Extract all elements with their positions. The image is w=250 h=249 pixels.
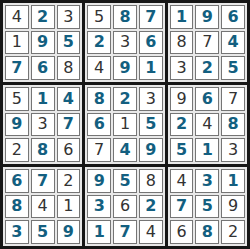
cell-r8c8[interactable]: 5 — [195, 195, 219, 219]
cell-r8c7[interactable]: 7 — [170, 195, 194, 219]
box-1: 4 2 3 1 9 5 7 6 8 — [3, 3, 82, 82]
cell-r5c7[interactable]: 2 — [170, 113, 194, 137]
cell-r2c6[interactable]: 6 — [139, 31, 163, 55]
cell-r8c9[interactable]: 9 — [221, 195, 245, 219]
cell-r3c3[interactable]: 8 — [57, 56, 81, 80]
cell-r2c5[interactable]: 3 — [113, 31, 137, 55]
cell-r5c1[interactable]: 9 — [5, 113, 29, 137]
cell-r8c2[interactable]: 4 — [31, 195, 55, 219]
cell-r8c4[interactable]: 3 — [87, 195, 111, 219]
cell-r1c7[interactable]: 1 — [170, 5, 194, 29]
cell-r5c3[interactable]: 7 — [57, 113, 81, 137]
cell-r6c9[interactable]: 3 — [221, 138, 245, 162]
cell-r9c6[interactable]: 4 — [139, 220, 163, 244]
cell-r6c3[interactable]: 6 — [57, 138, 81, 162]
cell-r7c9[interactable]: 1 — [221, 169, 245, 193]
cell-r2c8[interactable]: 7 — [195, 31, 219, 55]
cell-r1c4[interactable]: 5 — [87, 5, 111, 29]
cell-r3c8[interactable]: 2 — [195, 56, 219, 80]
cell-r6c4[interactable]: 7 — [87, 138, 111, 162]
cell-r9c8[interactable]: 8 — [195, 220, 219, 244]
box-3: 1 9 6 8 7 4 3 2 5 — [168, 3, 247, 82]
cell-r4c4[interactable]: 8 — [87, 87, 111, 111]
cell-r7c6[interactable]: 8 — [139, 169, 163, 193]
cell-r3c6[interactable]: 1 — [139, 56, 163, 80]
box-7: 6 7 2 8 4 1 3 5 9 — [3, 167, 82, 246]
cell-r7c3[interactable]: 2 — [57, 169, 81, 193]
cell-r8c1[interactable]: 8 — [5, 195, 29, 219]
cell-r6c1[interactable]: 2 — [5, 138, 29, 162]
cell-r2c3[interactable]: 5 — [57, 31, 81, 55]
cell-r7c1[interactable]: 6 — [5, 169, 29, 193]
cell-r1c3[interactable]: 3 — [57, 5, 81, 29]
cell-r3c5[interactable]: 9 — [113, 56, 137, 80]
cell-r1c6[interactable]: 7 — [139, 5, 163, 29]
cell-r2c2[interactable]: 9 — [31, 31, 55, 55]
sudoku-board: 4 2 3 1 9 5 7 6 8 5 8 7 2 3 6 4 9 1 1 9 … — [0, 0, 250, 249]
cell-r8c6[interactable]: 2 — [139, 195, 163, 219]
cell-r6c6[interactable]: 9 — [139, 138, 163, 162]
cell-r6c5[interactable]: 4 — [113, 138, 137, 162]
cell-r8c5[interactable]: 6 — [113, 195, 137, 219]
cell-r2c4[interactable]: 2 — [87, 31, 111, 55]
box-4: 5 1 4 9 3 7 2 8 6 — [3, 85, 82, 164]
cell-r9c5[interactable]: 7 — [113, 220, 137, 244]
cell-r9c9[interactable]: 2 — [221, 220, 245, 244]
box-8: 9 5 8 3 6 2 1 7 4 — [85, 167, 164, 246]
cell-r4c8[interactable]: 6 — [195, 87, 219, 111]
box-2: 5 8 7 2 3 6 4 9 1 — [85, 3, 164, 82]
cell-r5c9[interactable]: 8 — [221, 113, 245, 137]
cell-r6c2[interactable]: 8 — [31, 138, 55, 162]
cell-r8c3[interactable]: 1 — [57, 195, 81, 219]
cell-r7c5[interactable]: 5 — [113, 169, 137, 193]
cell-r9c1[interactable]: 3 — [5, 220, 29, 244]
cell-r3c2[interactable]: 6 — [31, 56, 55, 80]
cell-r4c9[interactable]: 7 — [221, 87, 245, 111]
cell-r3c1[interactable]: 7 — [5, 56, 29, 80]
cell-r1c8[interactable]: 9 — [195, 5, 219, 29]
cell-r5c4[interactable]: 6 — [87, 113, 111, 137]
cell-r1c1[interactable]: 4 — [5, 5, 29, 29]
cell-r7c8[interactable]: 3 — [195, 169, 219, 193]
cell-r9c2[interactable]: 5 — [31, 220, 55, 244]
cell-r4c6[interactable]: 3 — [139, 87, 163, 111]
cell-r4c7[interactable]: 9 — [170, 87, 194, 111]
cell-r4c1[interactable]: 5 — [5, 87, 29, 111]
cell-r5c6[interactable]: 5 — [139, 113, 163, 137]
cell-r3c4[interactable]: 4 — [87, 56, 111, 80]
box-6: 9 6 7 2 4 8 5 1 3 — [168, 85, 247, 164]
cell-r4c5[interactable]: 2 — [113, 87, 137, 111]
cell-r7c4[interactable]: 9 — [87, 169, 111, 193]
cell-r1c5[interactable]: 8 — [113, 5, 137, 29]
box-5: 8 2 3 6 1 5 7 4 9 — [85, 85, 164, 164]
cell-r9c7[interactable]: 6 — [170, 220, 194, 244]
cell-r7c2[interactable]: 7 — [31, 169, 55, 193]
cell-r2c7[interactable]: 8 — [170, 31, 194, 55]
cell-r3c7[interactable]: 3 — [170, 56, 194, 80]
cell-r7c7[interactable]: 4 — [170, 169, 194, 193]
cell-r5c8[interactable]: 4 — [195, 113, 219, 137]
cell-r2c1[interactable]: 1 — [5, 31, 29, 55]
cell-r5c5[interactable]: 1 — [113, 113, 137, 137]
cell-r6c8[interactable]: 1 — [195, 138, 219, 162]
cell-r2c9[interactable]: 4 — [221, 31, 245, 55]
cell-r9c3[interactable]: 9 — [57, 220, 81, 244]
cell-r5c2[interactable]: 3 — [31, 113, 55, 137]
box-9: 4 3 1 7 5 9 6 8 2 — [168, 167, 247, 246]
cell-r3c9[interactable]: 5 — [221, 56, 245, 80]
cell-r9c4[interactable]: 1 — [87, 220, 111, 244]
cell-r4c2[interactable]: 1 — [31, 87, 55, 111]
cell-r6c7[interactable]: 5 — [170, 138, 194, 162]
cell-r1c9[interactable]: 6 — [221, 5, 245, 29]
cell-r1c2[interactable]: 2 — [31, 5, 55, 29]
cell-r4c3[interactable]: 4 — [57, 87, 81, 111]
